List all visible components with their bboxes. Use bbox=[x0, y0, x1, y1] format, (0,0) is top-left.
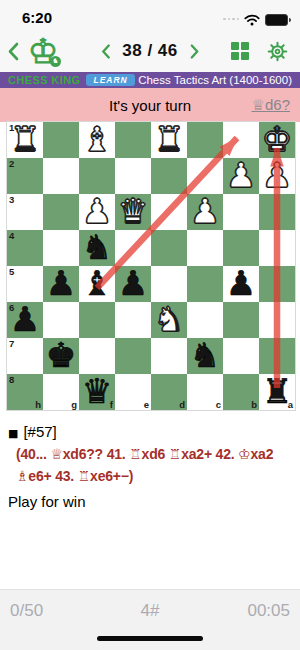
previous-puzzle-button[interactable] bbox=[101, 44, 110, 59]
square-a7[interactable] bbox=[259, 338, 295, 374]
square-b3[interactable] bbox=[223, 194, 259, 230]
piece-wQ[interactable]: ♛ bbox=[118, 193, 148, 229]
rank-label: 4 bbox=[9, 230, 14, 241]
rank-label: 8 bbox=[9, 374, 14, 385]
mode-label: 4# bbox=[141, 601, 160, 621]
square-g6[interactable] bbox=[43, 302, 79, 338]
square-g1[interactable] bbox=[43, 122, 79, 158]
grid-icon bbox=[231, 42, 249, 60]
square-c5[interactable] bbox=[187, 266, 223, 302]
piece-wP[interactable]: ♟ bbox=[262, 157, 292, 193]
file-label: e bbox=[144, 399, 149, 410]
square-h7[interactable]: 7 bbox=[7, 338, 43, 374]
square-e3[interactable]: ♛ bbox=[115, 194, 151, 230]
battery-icon bbox=[265, 14, 288, 26]
square-d2[interactable] bbox=[151, 158, 187, 194]
square-g5[interactable]: ♟ bbox=[43, 266, 79, 302]
piece-bK[interactable]: ♚ bbox=[46, 337, 76, 373]
square-b4[interactable] bbox=[223, 230, 259, 266]
puzzle-counter: 38 / 46 bbox=[122, 41, 178, 61]
analysis-panel: ■[#57] (40... ♕xd6?? 41. ♖xd6 ♖xa2+ 42. … bbox=[0, 423, 300, 510]
piece-wP[interactable]: ♟ bbox=[82, 193, 112, 229]
square-g7[interactable]: ♚ bbox=[43, 338, 79, 374]
piece-bP[interactable]: ♟ bbox=[226, 265, 256, 301]
rank-label: 7 bbox=[9, 338, 14, 349]
brand-bar: CHESS KING LEARN Chess Tactics Art (1400… bbox=[0, 72, 300, 88]
square-b5[interactable]: ♟ bbox=[223, 266, 259, 302]
square-c7[interactable]: ♞ bbox=[187, 338, 223, 374]
square-c6[interactable] bbox=[187, 302, 223, 338]
square-a2[interactable]: ♟ bbox=[259, 158, 295, 194]
file-label: c bbox=[216, 399, 221, 410]
piece-bP[interactable]: ♟ bbox=[118, 265, 148, 301]
file-label: f bbox=[110, 399, 113, 410]
suggested-move-link[interactable]: ♕d6? bbox=[252, 96, 290, 114]
square-h6[interactable]: 6♟ bbox=[7, 302, 43, 338]
square-a3[interactable] bbox=[259, 194, 295, 230]
square-h5[interactable]: 5 bbox=[7, 266, 43, 302]
square-f2[interactable] bbox=[79, 158, 115, 194]
square-f8[interactable]: f♛ bbox=[79, 374, 115, 410]
wifi-icon bbox=[244, 14, 260, 26]
square-h1[interactable]: 1♜ bbox=[7, 122, 43, 158]
square-e6[interactable] bbox=[115, 302, 151, 338]
brand-label: CHESS KING bbox=[8, 74, 80, 86]
next-chevron-icon bbox=[190, 44, 199, 59]
square-c8[interactable]: c bbox=[187, 374, 223, 410]
square-d7[interactable] bbox=[151, 338, 187, 374]
file-label: b bbox=[251, 399, 257, 410]
square-c2[interactable] bbox=[187, 158, 223, 194]
square-a1[interactable]: ♚ bbox=[259, 122, 295, 158]
piece-bP[interactable]: ♟ bbox=[10, 301, 40, 337]
piece-wN[interactable]: ♞ bbox=[154, 301, 184, 337]
back-button[interactable] bbox=[8, 42, 19, 61]
cellular-signal-icon bbox=[223, 18, 239, 23]
square-g2[interactable] bbox=[43, 158, 79, 194]
piece-wR[interactable]: ♜ bbox=[154, 121, 184, 157]
square-d1[interactable]: ♜ bbox=[151, 122, 187, 158]
prev-chevron-icon bbox=[101, 44, 110, 59]
logo-badge: ♞ bbox=[50, 56, 61, 67]
square-d3[interactable] bbox=[151, 194, 187, 230]
file-label: h bbox=[35, 399, 41, 410]
square-a8[interactable]: a♜ bbox=[259, 374, 295, 410]
puzzle-pager: 38 / 46 bbox=[101, 41, 199, 61]
square-e8[interactable]: e bbox=[115, 374, 151, 410]
square-e5[interactable]: ♟ bbox=[115, 266, 151, 302]
nav-bar: ♔ ♞ 38 / 46 bbox=[0, 30, 300, 72]
square-h2[interactable]: 2 bbox=[7, 158, 43, 194]
square-b1[interactable] bbox=[223, 122, 259, 158]
square-a6[interactable] bbox=[259, 302, 295, 338]
learn-badge: LEARN bbox=[86, 74, 134, 87]
piece-wK[interactable]: ♚ bbox=[262, 121, 292, 157]
chess-board: 1♜♝♜♚2♟♟3♟♛♟4♞5♟♝♟♟6♟♞7♚♞8hgf♛edcba♜ bbox=[7, 122, 295, 410]
chess-king-logo-icon: ♔ ♞ bbox=[23, 31, 63, 71]
square-g3[interactable] bbox=[43, 194, 79, 230]
piece-wB[interactable]: ♝ bbox=[82, 121, 112, 157]
file-label: a bbox=[288, 399, 293, 410]
piece-bP[interactable]: ♟ bbox=[46, 265, 76, 301]
puzzle-header: ■[#57] bbox=[8, 423, 292, 440]
goal-text: Play for win bbox=[8, 493, 292, 510]
turn-message: It's your turn bbox=[109, 97, 191, 114]
puzzle-number: [#57] bbox=[23, 423, 56, 440]
score-label: 0/50 bbox=[10, 601, 43, 621]
piece-bN[interactable]: ♞ bbox=[82, 229, 112, 265]
file-label: d bbox=[179, 399, 185, 410]
home-indicator[interactable] bbox=[97, 636, 203, 641]
piece-bN[interactable]: ♞ bbox=[190, 337, 220, 373]
gear-icon bbox=[267, 41, 288, 62]
next-puzzle-button[interactable] bbox=[190, 44, 199, 59]
nav-actions bbox=[231, 41, 288, 62]
rank-label: 5 bbox=[9, 266, 14, 277]
settings-button[interactable] bbox=[267, 41, 288, 62]
square-d4[interactable] bbox=[151, 230, 187, 266]
piece-wP[interactable]: ♟ bbox=[226, 157, 256, 193]
square-d6[interactable]: ♞ bbox=[151, 302, 187, 338]
square-f1[interactable]: ♝ bbox=[79, 122, 115, 158]
square-f7[interactable] bbox=[79, 338, 115, 374]
variation-line-2: ♗e6+ 43. ♖xe6+−) bbox=[16, 467, 292, 486]
square-b2[interactable]: ♟ bbox=[223, 158, 259, 194]
square-b7[interactable] bbox=[223, 338, 259, 374]
square-g8[interactable]: g bbox=[43, 374, 79, 410]
square-b8[interactable]: b bbox=[223, 374, 259, 410]
status-icons bbox=[223, 14, 288, 26]
bullet-icon: ■ bbox=[8, 427, 18, 440]
square-d5[interactable] bbox=[151, 266, 187, 302]
piece-bB[interactable]: ♝ bbox=[82, 265, 112, 301]
square-a4[interactable] bbox=[259, 230, 295, 266]
square-d8[interactable]: d bbox=[151, 374, 187, 410]
puzzle-list-button[interactable] bbox=[231, 42, 249, 60]
rank-label: 3 bbox=[9, 194, 14, 205]
rank-label: 2 bbox=[9, 158, 14, 169]
square-e4[interactable] bbox=[115, 230, 151, 266]
square-g4[interactable] bbox=[43, 230, 79, 266]
square-e1[interactable] bbox=[115, 122, 151, 158]
piece-wP[interactable]: ♟ bbox=[190, 193, 220, 229]
square-a5[interactable] bbox=[259, 266, 295, 302]
square-b6[interactable] bbox=[223, 302, 259, 338]
square-h3[interactable]: 3 bbox=[7, 194, 43, 230]
square-e2[interactable] bbox=[115, 158, 151, 194]
timer-label: 00:05 bbox=[247, 601, 290, 621]
piece-wR[interactable]: ♜ bbox=[10, 121, 40, 157]
course-title: Chess Tactics Art (1400-1600) bbox=[138, 74, 292, 86]
square-c1[interactable] bbox=[187, 122, 223, 158]
file-label: g bbox=[71, 399, 77, 410]
rank-label: 1 bbox=[9, 122, 14, 133]
back-chevron-icon bbox=[8, 42, 19, 61]
square-c4[interactable] bbox=[187, 230, 223, 266]
app-screen: 6:20 ♔ ♞ 38 / 46 bbox=[0, 0, 300, 650]
status-bar: 6:20 bbox=[0, 0, 300, 30]
prompt-bar: It's your turn ♕d6? bbox=[0, 88, 300, 122]
square-h8[interactable]: 8h bbox=[7, 374, 43, 410]
square-f4[interactable]: ♞ bbox=[79, 230, 115, 266]
rank-label: 6 bbox=[9, 302, 14, 313]
square-c3[interactable]: ♟ bbox=[187, 194, 223, 230]
square-f5[interactable]: ♝ bbox=[79, 266, 115, 302]
square-e7[interactable] bbox=[115, 338, 151, 374]
square-f6[interactable] bbox=[79, 302, 115, 338]
clock-label: 6:20 bbox=[22, 9, 52, 26]
variation-line-1: (40... ♕xd6?? 41. ♖xd6 ♖xa2+ 42. ♔xa2 bbox=[16, 445, 292, 464]
square-f3[interactable]: ♟ bbox=[79, 194, 115, 230]
piece-bQ[interactable]: ♛ bbox=[82, 373, 112, 409]
square-h4[interactable]: 4 bbox=[7, 230, 43, 266]
